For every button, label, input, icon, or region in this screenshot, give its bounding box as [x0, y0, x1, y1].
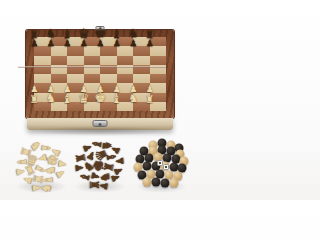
board-shadow: [28, 126, 172, 136]
board-cell: [67, 83, 84, 92]
board-cell: [67, 93, 84, 102]
board-cell: [84, 74, 101, 83]
board-cell: [34, 37, 51, 46]
board-grid: [34, 37, 166, 111]
board-cell: [150, 102, 167, 111]
board-cell: [150, 46, 167, 55]
board-cell: [117, 65, 134, 74]
checker-disc-black: [152, 178, 161, 187]
board-cell: [51, 65, 68, 74]
board-cell: [117, 37, 134, 46]
board-cell: [100, 37, 117, 46]
board-cell: [67, 37, 84, 46]
board-cell: [34, 56, 51, 65]
board-cell: [84, 102, 101, 111]
board-cell: [100, 83, 117, 92]
board-cell: [34, 65, 51, 74]
board-cell: [117, 56, 134, 65]
board-cell: [133, 102, 150, 111]
board-cell: [51, 56, 68, 65]
board-cell: [51, 74, 68, 83]
board-cell: [67, 56, 84, 65]
board-cell: [51, 46, 68, 55]
checker-disc-black: [161, 179, 170, 188]
board-cell: [117, 102, 134, 111]
board-cell: [133, 37, 150, 46]
board-cell: [100, 65, 117, 74]
board-cell: [51, 37, 68, 46]
die-icon: [163, 164, 169, 170]
hinge-icon: [96, 26, 105, 31]
pile-dark-pieces: ♟♝♞♟♜♟♛♝♟♟♞♚♜♟♝♟♞♟♜♟: [71, 136, 129, 194]
board-cell: [34, 102, 51, 111]
pile-checkers: [132, 136, 190, 194]
board-cell: [84, 46, 101, 55]
board-cell: [133, 83, 150, 92]
board-cell: [67, 74, 84, 83]
board-cell: [133, 74, 150, 83]
board-cell: [67, 46, 84, 55]
board-cell: [84, 83, 101, 92]
board-cell: [51, 83, 68, 92]
board-cell: [100, 102, 117, 111]
board-cell: [67, 102, 84, 111]
board-cell: [150, 83, 167, 92]
chessboard: ♜♞♝♛♚♝♞♜♟♟♟♟♟♟♟♟♟♟♟♟♟♟♟♟♜♞♝♛♚♝♞♜: [26, 30, 174, 118]
board-cell: [117, 93, 134, 102]
board-cell: [133, 56, 150, 65]
board-cell: [51, 102, 68, 111]
checker-disc-light: [170, 179, 179, 188]
board-cell: [133, 65, 150, 74]
board-cell: [100, 56, 117, 65]
board-cell: [150, 74, 167, 83]
pile-piece-p: ♟: [98, 181, 109, 192]
board-cell: [150, 93, 167, 102]
product-photo-scene: ♜♞♝♛♚♝♞♜♟♟♟♟♟♟♟♟♟♟♟♟♟♟♟♟♜♞♝♛♚♝♞♜ ♜♞♝♟♝♛♟…: [0, 0, 200, 200]
board-cell: [34, 46, 51, 55]
board-cell: [100, 46, 117, 55]
board-cell: [133, 46, 150, 55]
board-cell: [34, 93, 51, 102]
board-cell: [84, 37, 101, 46]
board-cell: [84, 56, 101, 65]
board-cell: [34, 74, 51, 83]
board-cell: [150, 65, 167, 74]
board-cell: [84, 93, 101, 102]
board-cell: [150, 37, 167, 46]
board-cell: [51, 93, 68, 102]
board-cell: [34, 83, 51, 92]
board-cell: [133, 93, 150, 102]
board-cell: [67, 65, 84, 74]
pile-white-pieces: ♜♞♝♟♝♛♟♚♟♟♜♝♞♟♟♜♝♟♞: [12, 136, 70, 194]
product-photo: { "game": "chess", "scene": "product pho…: [0, 0, 200, 200]
board-cell: [100, 93, 117, 102]
board-cell: [117, 83, 134, 92]
board-cell: [84, 65, 101, 74]
board-cell: [117, 74, 134, 83]
board-cell: [117, 46, 134, 55]
checker-disc-light: [143, 178, 152, 187]
board-cell: [150, 56, 167, 65]
board-cell: [100, 74, 117, 83]
